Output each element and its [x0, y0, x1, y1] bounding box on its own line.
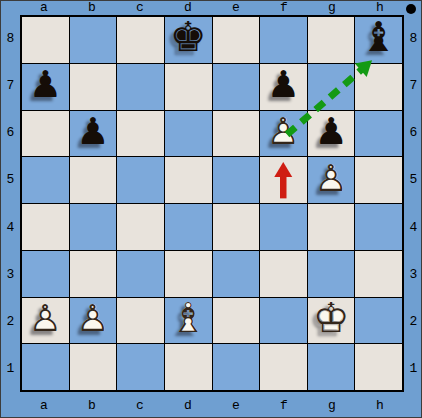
square-d7[interactable] — [165, 64, 212, 110]
square-a4[interactable] — [22, 204, 69, 250]
rank-label-7: 7 — [404, 62, 422, 109]
square-f7[interactable]: ♟ — [260, 64, 307, 110]
square-b7[interactable] — [70, 64, 117, 110]
black-to-move-indicator — [406, 4, 416, 14]
rank-label-4: 4 — [1, 204, 20, 251]
square-d5[interactable] — [165, 157, 212, 203]
rank-label-1: 1 — [404, 345, 422, 392]
rank-labels-right: 87654321 — [404, 15, 422, 392]
white-pawn-outline: ♙ — [260, 109, 307, 155]
black-king[interactable]: ♚ — [165, 15, 212, 61]
chessboard-panel: abcdefgh abcdefgh 87654321 87654321 ♚♝♟♟… — [0, 0, 422, 418]
square-h5[interactable] — [355, 157, 402, 203]
square-g3[interactable] — [308, 251, 355, 297]
square-e1[interactable] — [213, 344, 260, 390]
square-h6[interactable] — [355, 111, 402, 157]
square-d4[interactable] — [165, 204, 212, 250]
square-d2[interactable]: ♝♗ — [165, 298, 212, 344]
square-d8[interactable]: ♚ — [165, 17, 212, 63]
file-label-d: d — [164, 399, 212, 412]
square-e6[interactable] — [213, 111, 260, 157]
file-label-g: g — [308, 1, 356, 14]
square-e8[interactable] — [213, 17, 260, 63]
black-pawn[interactable]: ♟ — [22, 62, 69, 108]
square-a2[interactable]: ♟♙ — [22, 298, 69, 344]
file-label-c: c — [116, 1, 164, 14]
rank-label-3: 3 — [1, 251, 20, 298]
square-f5[interactable] — [260, 157, 307, 203]
square-f4[interactable] — [260, 204, 307, 250]
file-label-b: b — [68, 399, 116, 412]
file-label-d: d — [164, 1, 212, 14]
file-label-b: b — [68, 1, 116, 14]
rank-label-8: 8 — [1, 15, 20, 62]
file-labels-bottom: abcdefgh — [20, 393, 404, 417]
file-label-h: h — [356, 399, 404, 412]
square-c5[interactable] — [117, 157, 164, 203]
file-label-h: h — [356, 1, 404, 14]
chess-board[interactable]: ♚♝♟♟♟♟♙♟♟♙♟♙♟♙♝♗♚♔ — [20, 15, 404, 392]
square-d6[interactable] — [165, 111, 212, 157]
rank-label-2: 2 — [1, 298, 20, 345]
white-king-outline: ♔ — [308, 296, 355, 342]
square-c6[interactable] — [117, 111, 164, 157]
square-c8[interactable] — [117, 17, 164, 63]
rank-label-7: 7 — [1, 62, 20, 109]
file-label-c: c — [116, 399, 164, 412]
square-e4[interactable] — [213, 204, 260, 250]
square-d3[interactable] — [165, 251, 212, 297]
square-g5[interactable]: ♟♙ — [308, 157, 355, 203]
square-h4[interactable] — [355, 204, 402, 250]
square-f8[interactable] — [260, 17, 307, 63]
rank-label-5: 5 — [404, 156, 422, 203]
file-label-e: e — [212, 1, 260, 14]
square-c2[interactable] — [117, 298, 164, 344]
square-b4[interactable] — [70, 204, 117, 250]
square-b2[interactable]: ♟♙ — [70, 298, 117, 344]
rank-label-6: 6 — [1, 109, 20, 156]
square-c1[interactable] — [117, 344, 164, 390]
square-c7[interactable] — [117, 64, 164, 110]
black-bishop[interactable]: ♝ — [355, 15, 402, 61]
rank-label-4: 4 — [404, 204, 422, 251]
rank-label-2: 2 — [404, 298, 422, 345]
file-label-f: f — [260, 399, 308, 412]
square-h3[interactable] — [355, 251, 402, 297]
square-b1[interactable] — [70, 344, 117, 390]
white-pawn[interactable]: ♟ — [260, 109, 307, 155]
square-d1[interactable] — [165, 344, 212, 390]
rank-label-1: 1 — [1, 345, 20, 392]
square-a5[interactable] — [22, 157, 69, 203]
rank-labels-left: 87654321 — [1, 15, 20, 392]
file-label-e: e — [212, 399, 260, 412]
black-pawn[interactable]: ♟ — [308, 109, 355, 155]
square-a8[interactable] — [22, 17, 69, 63]
square-e2[interactable] — [213, 298, 260, 344]
square-e3[interactable] — [213, 251, 260, 297]
square-g6[interactable]: ♟ — [308, 111, 355, 157]
white-king[interactable]: ♚ — [308, 296, 355, 342]
white-pawn-outline: ♙ — [22, 296, 69, 342]
square-e5[interactable] — [213, 157, 260, 203]
white-pawn[interactable]: ♟ — [22, 296, 69, 342]
square-g4[interactable] — [308, 204, 355, 250]
rank-label-8: 8 — [404, 15, 422, 62]
square-h1[interactable] — [355, 344, 402, 390]
file-labels-top: abcdefgh — [20, 1, 404, 15]
square-a1[interactable] — [22, 344, 69, 390]
square-g8[interactable] — [308, 17, 355, 63]
square-g7[interactable] — [308, 64, 355, 110]
square-g1[interactable] — [308, 344, 355, 390]
square-b6[interactable]: ♟ — [70, 111, 117, 157]
square-b3[interactable] — [70, 251, 117, 297]
square-f6[interactable]: ♟♙ — [260, 111, 307, 157]
rank-label-5: 5 — [1, 156, 20, 203]
square-g2[interactable]: ♚♔ — [308, 298, 355, 344]
square-f3[interactable] — [260, 251, 307, 297]
black-pawn[interactable]: ♟ — [70, 109, 117, 155]
square-h2[interactable] — [355, 298, 402, 344]
rank-label-6: 6 — [404, 109, 422, 156]
file-label-a: a — [20, 1, 68, 14]
square-h7[interactable] — [355, 64, 402, 110]
white-bishop-outline: ♗ — [165, 296, 212, 342]
square-a6[interactable] — [22, 111, 69, 157]
file-label-f: f — [260, 1, 308, 14]
square-f1[interactable] — [260, 344, 307, 390]
square-e7[interactable] — [213, 64, 260, 110]
black-pawn[interactable]: ♟ — [260, 62, 307, 108]
white-pawn[interactable]: ♟ — [70, 296, 117, 342]
file-label-a: a — [20, 399, 68, 412]
white-pawn[interactable]: ♟ — [308, 155, 355, 201]
rank-label-3: 3 — [404, 251, 422, 298]
square-c3[interactable] — [117, 251, 164, 297]
square-b5[interactable] — [70, 157, 117, 203]
square-c4[interactable] — [117, 204, 164, 250]
square-f2[interactable] — [260, 298, 307, 344]
file-label-g: g — [308, 399, 356, 412]
white-bishop[interactable]: ♝ — [165, 296, 212, 342]
white-pawn-outline: ♙ — [308, 155, 355, 201]
square-h8[interactable]: ♝ — [355, 17, 402, 63]
square-a7[interactable]: ♟ — [22, 64, 69, 110]
white-pawn-outline: ♙ — [70, 296, 117, 342]
square-a3[interactable] — [22, 251, 69, 297]
square-b8[interactable] — [70, 17, 117, 63]
